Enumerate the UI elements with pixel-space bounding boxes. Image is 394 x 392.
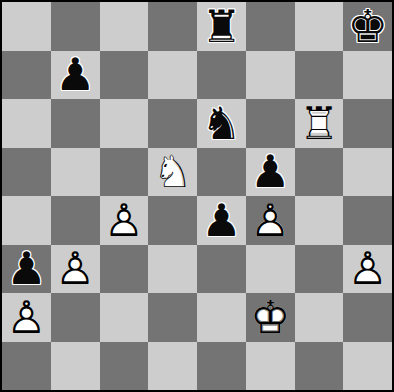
- square-a5[interactable]: [2, 148, 51, 197]
- piece-white-pawn: ♟♙: [2, 293, 51, 342]
- square-e7[interactable]: [197, 51, 246, 100]
- piece-white-pawn: ♟♙: [343, 245, 392, 294]
- square-h7[interactable]: [343, 51, 392, 100]
- square-c4[interactable]: ♟♙: [100, 196, 149, 245]
- piece-black-pawn: ♟: [2, 245, 51, 294]
- square-a3[interactable]: ♟: [2, 245, 51, 294]
- square-a1[interactable]: [2, 342, 51, 391]
- square-g6[interactable]: ♜♖: [295, 99, 344, 148]
- square-g7[interactable]: [295, 51, 344, 100]
- piece-white-pawn: ♟♙: [51, 245, 100, 294]
- square-e8[interactable]: ♜: [197, 2, 246, 51]
- chess-board: ♜♚♟♞♜♖♞♘♟♟♙♟♟♙♟♟♙♟♙♟♙♚♔: [2, 2, 392, 390]
- square-f8[interactable]: [246, 2, 295, 51]
- square-b7[interactable]: ♟: [51, 51, 100, 100]
- piece-white-pawn: ♟♙: [100, 196, 149, 245]
- square-g2[interactable]: [295, 293, 344, 342]
- square-a6[interactable]: [2, 99, 51, 148]
- piece-black-rook: ♜: [197, 2, 246, 51]
- square-c8[interactable]: [100, 2, 149, 51]
- square-c2[interactable]: [100, 293, 149, 342]
- square-e4[interactable]: ♟: [197, 196, 246, 245]
- square-h5[interactable]: [343, 148, 392, 197]
- square-b8[interactable]: [51, 2, 100, 51]
- piece-white-pawn: ♟♙: [246, 196, 295, 245]
- square-h8[interactable]: ♚: [343, 2, 392, 51]
- square-g8[interactable]: [295, 2, 344, 51]
- square-a8[interactable]: [2, 2, 51, 51]
- piece-black-pawn: ♟: [197, 196, 246, 245]
- white-piece-outline: ♙: [343, 245, 392, 294]
- square-c5[interactable]: [100, 148, 149, 197]
- square-b4[interactable]: [51, 196, 100, 245]
- square-f2[interactable]: ♚♔: [246, 293, 295, 342]
- square-e5[interactable]: [197, 148, 246, 197]
- square-d4[interactable]: [148, 196, 197, 245]
- piece-white-rook: ♜♖: [295, 99, 344, 148]
- square-e1[interactable]: [197, 342, 246, 391]
- square-b1[interactable]: [51, 342, 100, 391]
- square-c1[interactable]: [100, 342, 149, 391]
- square-c3[interactable]: [100, 245, 149, 294]
- square-a7[interactable]: [2, 51, 51, 100]
- square-d6[interactable]: [148, 99, 197, 148]
- piece-white-king: ♚♔: [246, 293, 295, 342]
- square-a2[interactable]: ♟♙: [2, 293, 51, 342]
- square-h2[interactable]: [343, 293, 392, 342]
- square-b5[interactable]: [51, 148, 100, 197]
- chess-board-frame: ♜♚♟♞♜♖♞♘♟♟♙♟♟♙♟♟♙♟♙♟♙♚♔: [0, 0, 394, 392]
- square-g4[interactable]: [295, 196, 344, 245]
- square-c7[interactable]: [100, 51, 149, 100]
- square-d2[interactable]: [148, 293, 197, 342]
- square-f3[interactable]: [246, 245, 295, 294]
- square-d7[interactable]: [148, 51, 197, 100]
- square-a4[interactable]: [2, 196, 51, 245]
- piece-black-king: ♚: [343, 2, 392, 51]
- square-f1[interactable]: [246, 342, 295, 391]
- square-g3[interactable]: [295, 245, 344, 294]
- square-h6[interactable]: [343, 99, 392, 148]
- square-e6[interactable]: ♞: [197, 99, 246, 148]
- square-f7[interactable]: [246, 51, 295, 100]
- square-d8[interactable]: [148, 2, 197, 51]
- piece-black-pawn: ♟: [51, 51, 100, 100]
- piece-black-pawn: ♟: [246, 148, 295, 197]
- square-b3[interactable]: ♟♙: [51, 245, 100, 294]
- square-d5[interactable]: ♞♘: [148, 148, 197, 197]
- square-c6[interactable]: [100, 99, 149, 148]
- white-piece-outline: ♙: [100, 196, 149, 245]
- square-f6[interactable]: [246, 99, 295, 148]
- white-piece-outline: ♖: [295, 99, 344, 148]
- square-b2[interactable]: [51, 293, 100, 342]
- square-b6[interactable]: [51, 99, 100, 148]
- white-piece-outline: ♙: [246, 196, 295, 245]
- white-piece-outline: ♙: [51, 245, 100, 294]
- square-h4[interactable]: [343, 196, 392, 245]
- square-g1[interactable]: [295, 342, 344, 391]
- square-e3[interactable]: [197, 245, 246, 294]
- white-piece-outline: ♙: [2, 293, 51, 342]
- piece-white-knight: ♞♘: [148, 148, 197, 197]
- square-e2[interactable]: [197, 293, 246, 342]
- square-h1[interactable]: [343, 342, 392, 391]
- square-d1[interactable]: [148, 342, 197, 391]
- square-f4[interactable]: ♟♙: [246, 196, 295, 245]
- square-d3[interactable]: [148, 245, 197, 294]
- square-g5[interactable]: [295, 148, 344, 197]
- piece-black-knight: ♞: [197, 99, 246, 148]
- square-h3[interactable]: ♟♙: [343, 245, 392, 294]
- square-f5[interactable]: ♟: [246, 148, 295, 197]
- white-piece-outline: ♘: [148, 148, 197, 197]
- white-piece-outline: ♔: [246, 293, 295, 342]
